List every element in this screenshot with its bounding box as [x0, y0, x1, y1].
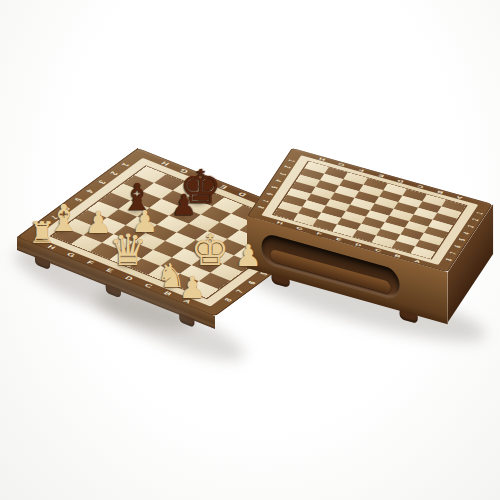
white-queen: ♛ [109, 229, 148, 272]
coordinate-label: E [378, 173, 385, 177]
chess-set-photo: HGFEDCBAHGFEDCBA8765432187654321 HGFEDCB… [0, 0, 500, 500]
white-king: ♚ [191, 229, 230, 272]
white-rook: ♜ [29, 218, 56, 248]
white-pawn: ♟ [235, 241, 262, 271]
white-pawn: ♟ [179, 273, 206, 303]
coordinate-label: B [436, 190, 444, 194]
black-pawn: ♟ [171, 192, 197, 221]
coordinate-label: H [318, 157, 326, 161]
